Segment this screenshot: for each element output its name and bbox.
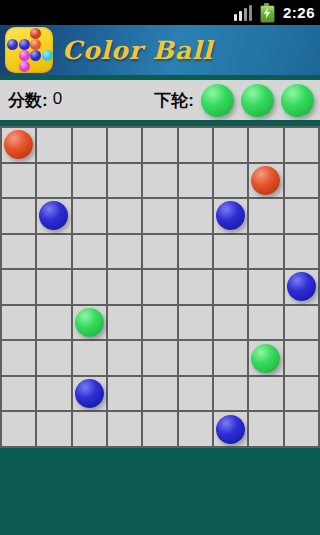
score-row: 分数: 0 下轮: [0, 80, 320, 120]
board-cell[interactable] [37, 128, 72, 164]
board-cell[interactable] [108, 306, 143, 342]
board-cell[interactable] [73, 235, 108, 271]
board-cell[interactable] [285, 306, 320, 342]
board-cell[interactable] [73, 128, 108, 164]
board-cell[interactable] [108, 341, 143, 377]
board-cell[interactable] [143, 128, 178, 164]
board-cell[interactable] [73, 341, 108, 377]
green-ball[interactable] [75, 308, 104, 337]
bottom-area [0, 448, 320, 535]
board-cell[interactable] [285, 164, 320, 200]
app-icon-ball [7, 39, 18, 50]
blue-ball[interactable] [75, 379, 104, 408]
app-icon-ball [30, 39, 41, 50]
next-balls-panel: 下轮: [154, 84, 314, 117]
board-cell[interactable] [73, 377, 108, 413]
board-cell[interactable] [285, 235, 320, 271]
board-cell[interactable] [37, 306, 72, 342]
board-cell[interactable] [143, 306, 178, 342]
blue-ball[interactable] [39, 201, 68, 230]
board-cell[interactable] [249, 270, 284, 306]
app-icon-ball [42, 50, 53, 61]
board-cell[interactable] [179, 235, 214, 271]
board-cell[interactable] [73, 306, 108, 342]
app-icon-ball [19, 50, 30, 61]
board-cell[interactable] [73, 199, 108, 235]
board-cell[interactable] [143, 270, 178, 306]
next-ball-green [241, 84, 274, 117]
app-title: Color Ball [62, 36, 213, 65]
next-label: 下轮: [154, 89, 194, 112]
board-cell[interactable] [2, 306, 37, 342]
board-cell[interactable] [108, 164, 143, 200]
board-cell[interactable] [214, 270, 249, 306]
board-cell[interactable] [214, 235, 249, 271]
board-cell[interactable] [143, 412, 178, 448]
board-cell[interactable] [214, 164, 249, 200]
board-cell[interactable] [143, 164, 178, 200]
board-cell[interactable] [179, 128, 214, 164]
board-cell[interactable] [108, 412, 143, 448]
board-cell[interactable] [73, 270, 108, 306]
board-cell[interactable] [2, 270, 37, 306]
red-ball[interactable] [251, 166, 280, 195]
board-cell[interactable] [2, 199, 37, 235]
game-board [0, 126, 320, 448]
board-cell[interactable] [214, 306, 249, 342]
board-cell[interactable] [249, 235, 284, 271]
board-cell[interactable] [2, 412, 37, 448]
board-cell[interactable] [285, 341, 320, 377]
next-ball-green [201, 84, 234, 117]
board-cell[interactable] [2, 377, 37, 413]
score-display: 分数: 0 [8, 89, 62, 112]
green-ball[interactable] [251, 344, 280, 373]
board-cell[interactable] [285, 377, 320, 413]
board-cell[interactable] [249, 341, 284, 377]
board-cell[interactable] [285, 412, 320, 448]
signal-icon [234, 5, 252, 21]
board-cell[interactable] [214, 199, 249, 235]
board-cell[interactable] [179, 306, 214, 342]
board-cell[interactable] [37, 270, 72, 306]
board-cell[interactable] [108, 235, 143, 271]
board-cell[interactable] [285, 199, 320, 235]
board-cell[interactable] [214, 377, 249, 413]
screen: 2:26 Color Ball 分数: 0 下轮: [0, 0, 320, 535]
board-cell[interactable] [285, 270, 320, 306]
battery-icon [260, 5, 275, 23]
board-cell[interactable] [214, 412, 249, 448]
board-cell[interactable] [37, 235, 72, 271]
board-cell[interactable] [285, 128, 320, 164]
board-cell[interactable] [249, 128, 284, 164]
board-cell[interactable] [249, 164, 284, 200]
board-cell[interactable] [2, 128, 37, 164]
app-icon-ball [19, 61, 30, 72]
score-label: 分数: [8, 89, 48, 112]
board-cell[interactable] [37, 412, 72, 448]
board-cell[interactable] [2, 235, 37, 271]
board-cell[interactable] [179, 270, 214, 306]
board-cell[interactable] [179, 412, 214, 448]
board-cell[interactable] [249, 412, 284, 448]
board-cell[interactable] [179, 164, 214, 200]
app-icon [5, 27, 53, 73]
blue-ball[interactable] [216, 201, 245, 230]
blue-ball[interactable] [287, 272, 316, 301]
board-cell[interactable] [2, 164, 37, 200]
status-bar: 2:26 [0, 0, 320, 25]
next-ball-green [281, 84, 314, 117]
board-cell[interactable] [143, 341, 178, 377]
red-ball[interactable] [4, 130, 33, 159]
board-cell[interactable] [249, 377, 284, 413]
board-cell[interactable] [179, 199, 214, 235]
board-cell[interactable] [108, 128, 143, 164]
board-cell[interactable] [2, 341, 37, 377]
board-cell[interactable] [108, 270, 143, 306]
board-cell[interactable] [249, 306, 284, 342]
app-icon-ball [30, 28, 41, 39]
board-cell[interactable] [37, 341, 72, 377]
board-cell[interactable] [143, 199, 178, 235]
blue-ball[interactable] [216, 415, 245, 444]
app-icon-ball [19, 39, 30, 50]
app-icon-ball [30, 50, 41, 61]
board-cell[interactable] [179, 377, 214, 413]
board-cell[interactable] [249, 199, 284, 235]
board-cell[interactable] [214, 341, 249, 377]
board-cell[interactable] [37, 199, 72, 235]
board-cell[interactable] [73, 412, 108, 448]
board-cell[interactable] [108, 377, 143, 413]
board-cell[interactable] [108, 199, 143, 235]
title-bar: Color Ball [0, 25, 320, 75]
board-cell[interactable] [179, 341, 214, 377]
status-time: 2:26 [283, 4, 315, 21]
board-cell[interactable] [37, 377, 72, 413]
next-balls-tray [201, 84, 314, 117]
board-cell[interactable] [143, 235, 178, 271]
board-cell[interactable] [214, 128, 249, 164]
score-value: 0 [53, 89, 62, 112]
board-cell[interactable] [37, 164, 72, 200]
board-cell[interactable] [73, 164, 108, 200]
board-cell[interactable] [143, 377, 178, 413]
